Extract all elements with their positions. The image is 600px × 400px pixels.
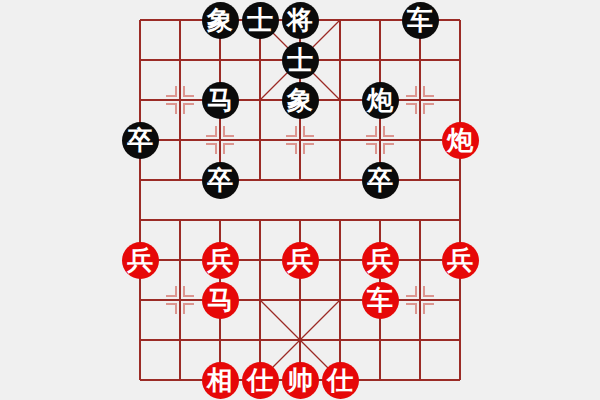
piece-red-soldier[interactable]: 兵 bbox=[282, 242, 319, 279]
piece-glyph: 马 bbox=[207, 82, 233, 119]
piece-glyph: 兵 bbox=[367, 242, 393, 279]
piece-glyph: 相 bbox=[207, 362, 233, 399]
piece-black-chariot[interactable]: 车 bbox=[402, 2, 439, 39]
piece-red-elephant[interactable]: 相 bbox=[202, 362, 239, 399]
piece-glyph: 兵 bbox=[207, 242, 233, 279]
piece-glyph: 卒 bbox=[127, 122, 153, 159]
piece-glyph: 兵 bbox=[127, 242, 153, 279]
piece-glyph: 炮 bbox=[447, 122, 473, 159]
piece-red-horse[interactable]: 马 bbox=[202, 282, 239, 319]
piece-black-horse[interactable]: 马 bbox=[202, 82, 239, 119]
piece-red-soldier[interactable]: 兵 bbox=[362, 242, 399, 279]
piece-glyph: 卒 bbox=[367, 162, 393, 199]
piece-glyph: 兵 bbox=[287, 242, 313, 279]
piece-glyph: 仕 bbox=[327, 362, 353, 399]
piece-glyph: 士 bbox=[287, 42, 313, 79]
piece-red-chariot[interactable]: 车 bbox=[362, 282, 399, 319]
piece-glyph: 卒 bbox=[207, 162, 233, 199]
piece-red-soldier[interactable]: 兵 bbox=[122, 242, 159, 279]
piece-black-cannon[interactable]: 炮 bbox=[362, 82, 399, 119]
piece-black-advisor[interactable]: 士 bbox=[282, 42, 319, 79]
piece-glyph: 象 bbox=[207, 2, 233, 39]
board-grid: 象士将车士马象炮卒炮卒卒兵兵兵兵兵马车相仕帅仕 bbox=[120, 0, 480, 400]
piece-glyph: 士 bbox=[247, 2, 273, 39]
piece-glyph: 象 bbox=[287, 82, 313, 119]
piece-red-general[interactable]: 帅 bbox=[282, 362, 319, 399]
piece-black-advisor[interactable]: 士 bbox=[242, 2, 279, 39]
piece-red-cannon[interactable]: 炮 bbox=[442, 122, 479, 159]
piece-red-advisor[interactable]: 仕 bbox=[242, 362, 279, 399]
piece-red-soldier[interactable]: 兵 bbox=[202, 242, 239, 279]
piece-glyph: 车 bbox=[407, 2, 433, 39]
piece-black-soldier[interactable]: 卒 bbox=[362, 162, 399, 199]
piece-glyph: 车 bbox=[367, 282, 393, 319]
piece-black-general[interactable]: 将 bbox=[282, 2, 319, 39]
piece-glyph: 兵 bbox=[447, 242, 473, 279]
piece-black-elephant[interactable]: 象 bbox=[202, 2, 239, 39]
xiangqi-board-screen: 象士将车士马象炮卒炮卒卒兵兵兵兵兵马车相仕帅仕 bbox=[0, 0, 600, 400]
piece-red-soldier[interactable]: 兵 bbox=[442, 242, 479, 279]
piece-black-soldier[interactable]: 卒 bbox=[202, 162, 239, 199]
piece-glyph: 炮 bbox=[367, 82, 393, 119]
piece-glyph: 马 bbox=[207, 282, 233, 319]
piece-black-soldier[interactable]: 卒 bbox=[122, 122, 159, 159]
piece-black-elephant[interactable]: 象 bbox=[282, 82, 319, 119]
piece-glyph: 帅 bbox=[287, 362, 313, 399]
piece-glyph: 仕 bbox=[247, 362, 273, 399]
piece-glyph: 将 bbox=[287, 2, 313, 39]
piece-red-advisor[interactable]: 仕 bbox=[322, 362, 359, 399]
